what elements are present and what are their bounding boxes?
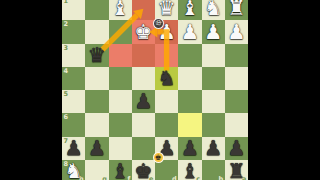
black-pawn[interactable]: ♟ xyxy=(225,137,248,160)
black-bishop[interactable]: ♝ xyxy=(178,160,201,180)
square-g3[interactable]: ♛ xyxy=(85,44,108,67)
square-b4[interactable] xyxy=(202,67,225,90)
square-e6[interactable] xyxy=(132,113,155,136)
fallen-king-icon: ♔ xyxy=(154,19,163,27)
square-g7[interactable]: ♟ xyxy=(85,137,108,160)
rank-label-3: 3 xyxy=(64,45,69,52)
square-g5[interactable] xyxy=(85,90,108,113)
rank-label-5: 5 xyxy=(64,91,69,98)
square-c6[interactable] xyxy=(178,113,201,136)
black-knight[interactable]: ♞ xyxy=(155,67,178,90)
square-e2[interactable]: ♚ xyxy=(132,20,155,43)
square-e7[interactable] xyxy=(132,137,155,160)
winner-crown-icon: ♚ xyxy=(155,154,162,162)
black-pawn[interactable]: ♟ xyxy=(132,90,155,113)
square-h8[interactable]: 8h♞ xyxy=(62,160,85,180)
square-d4[interactable]: ♞ xyxy=(155,67,178,90)
square-a4[interactable] xyxy=(225,67,248,90)
rank-label-4: 4 xyxy=(64,68,69,75)
rank-label-6: 6 xyxy=(64,114,69,121)
file-label-d: d xyxy=(172,176,177,180)
square-b2[interactable]: ♟ xyxy=(202,20,225,43)
square-h7[interactable]: 7♟ xyxy=(62,137,85,160)
white-pawn[interactable]: ♟ xyxy=(225,20,248,43)
white-knight[interactable]: ♞ xyxy=(62,160,85,180)
square-b7[interactable]: ♟ xyxy=(202,137,225,160)
video-frame: 1♝♛♝♞♜2♚♟♟♟♟3♛4♞5♟67♟♟♟♟♟♟8h♞gf♝e♚dc♝ba♜… xyxy=(0,0,320,180)
square-g4[interactable] xyxy=(85,67,108,90)
file-label-g: g xyxy=(102,176,107,180)
black-pawn[interactable]: ♟ xyxy=(178,137,201,160)
white-knight[interactable]: ♞ xyxy=(202,0,225,20)
white-bishop[interactable]: ♝ xyxy=(109,0,132,20)
square-f7[interactable] xyxy=(109,137,132,160)
white-rook[interactable]: ♜ xyxy=(225,0,248,20)
white-king[interactable]: ♚ xyxy=(132,20,155,43)
loser-badge: ♔ xyxy=(153,18,164,29)
chess-board[interactable]: 1♝♛♝♞♜2♚♟♟♟♟3♛4♞5♟67♟♟♟♟♟♟8h♞gf♝e♚dc♝ba♜… xyxy=(62,0,248,180)
square-c5[interactable] xyxy=(178,90,201,113)
square-a3[interactable] xyxy=(225,44,248,67)
square-c4[interactable] xyxy=(178,67,201,90)
square-f6[interactable] xyxy=(109,113,132,136)
black-pawn[interactable]: ♟ xyxy=(62,137,85,160)
square-h6[interactable]: 6 xyxy=(62,113,85,136)
square-b1[interactable]: ♞ xyxy=(202,0,225,20)
square-e5[interactable]: ♟ xyxy=(132,90,155,113)
square-c8[interactable]: c♝ xyxy=(178,160,201,180)
square-g2[interactable] xyxy=(85,20,108,43)
square-f8[interactable]: f♝ xyxy=(109,160,132,180)
black-king[interactable]: ♚ xyxy=(132,160,155,180)
white-pawn[interactable]: ♟ xyxy=(202,20,225,43)
white-bishop[interactable]: ♝ xyxy=(178,0,201,20)
file-label-b: b xyxy=(219,176,224,180)
black-rook[interactable]: ♜ xyxy=(225,160,248,180)
black-queen[interactable]: ♛ xyxy=(85,44,108,67)
rank-label-1: 1 xyxy=(64,0,69,5)
black-pawn[interactable]: ♟ xyxy=(202,137,225,160)
square-f3[interactable] xyxy=(109,44,132,67)
square-h5[interactable]: 5 xyxy=(62,90,85,113)
square-g6[interactable] xyxy=(85,113,108,136)
square-h1[interactable]: 1 xyxy=(62,0,85,20)
black-bishop[interactable]: ♝ xyxy=(109,160,132,180)
square-e3[interactable] xyxy=(132,44,155,67)
square-c2[interactable]: ♟ xyxy=(178,20,201,43)
square-h3[interactable]: 3 xyxy=(62,44,85,67)
square-g1[interactable] xyxy=(85,0,108,20)
square-c3[interactable] xyxy=(178,44,201,67)
square-h2[interactable]: 2 xyxy=(62,20,85,43)
square-e8[interactable]: e♚ xyxy=(132,160,155,180)
square-e4[interactable] xyxy=(132,67,155,90)
square-a1[interactable]: ♜ xyxy=(225,0,248,20)
white-pawn[interactable]: ♟ xyxy=(178,20,201,43)
square-b5[interactable] xyxy=(202,90,225,113)
square-f1[interactable]: ♝ xyxy=(109,0,132,20)
square-a5[interactable] xyxy=(225,90,248,113)
square-d3[interactable] xyxy=(155,44,178,67)
winner-badge: ♚ xyxy=(153,152,164,163)
square-a8[interactable]: a♜ xyxy=(225,160,248,180)
square-c1[interactable]: ♝ xyxy=(178,0,201,20)
square-h4[interactable]: 4 xyxy=(62,67,85,90)
square-b6[interactable] xyxy=(202,113,225,136)
black-pawn[interactable]: ♟ xyxy=(85,137,108,160)
rank-label-2: 2 xyxy=(64,21,69,28)
square-a7[interactable]: ♟ xyxy=(225,137,248,160)
square-c7[interactable]: ♟ xyxy=(178,137,201,160)
square-b8[interactable]: b xyxy=(202,160,225,180)
square-a2[interactable]: ♟ xyxy=(225,20,248,43)
square-f4[interactable] xyxy=(109,67,132,90)
square-d5[interactable] xyxy=(155,90,178,113)
square-e1[interactable] xyxy=(132,0,155,20)
square-b3[interactable] xyxy=(202,44,225,67)
square-g8[interactable]: g xyxy=(85,160,108,180)
square-a6[interactable] xyxy=(225,113,248,136)
square-f2[interactable] xyxy=(109,20,132,43)
square-d6[interactable] xyxy=(155,113,178,136)
square-f5[interactable] xyxy=(109,90,132,113)
